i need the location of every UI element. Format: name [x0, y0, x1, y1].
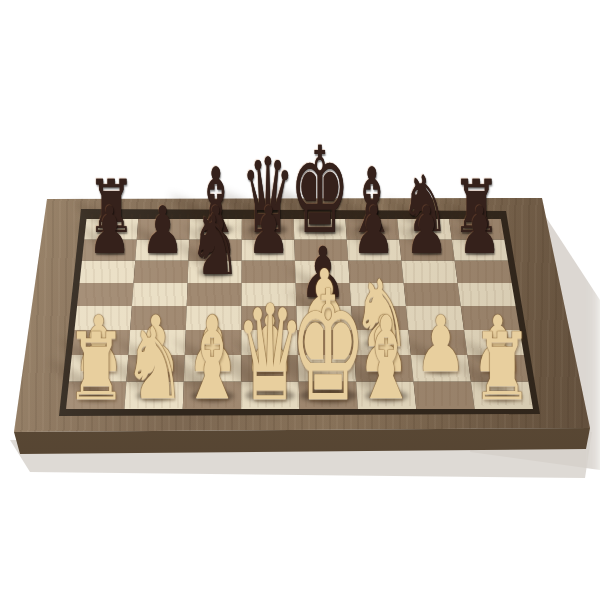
board-lighting-overlay [0, 0, 600, 600]
chess-board-photo: ♜♝♛♚♝♞♜♟♟♟♟♟♟♟♞♟♟♞♟♟♟♟♟♟♟♜♞♝♛♚♝♜ [0, 0, 600, 600]
